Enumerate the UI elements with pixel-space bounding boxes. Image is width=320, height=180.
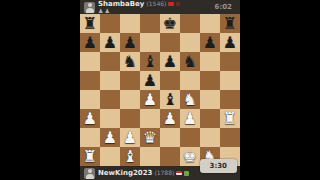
square-b2[interactable]: ♟ [100,128,120,147]
bottom-player-avatar[interactable] [84,168,95,179]
bottom-player-clock: 3:30 [200,159,237,173]
square-a4[interactable] [80,90,100,109]
square-e7[interactable] [160,33,180,52]
square-f6[interactable]: ♞ [180,52,200,71]
square-h2[interactable] [220,128,240,147]
black-rook-icon: ♜ [223,16,237,32]
square-b4[interactable] [100,90,120,109]
top-player-rating: (1546) [146,1,166,7]
black-bishop-icon: ♝ [163,92,177,108]
square-a2[interactable] [80,128,100,147]
square-c7[interactable]: ♟ [120,33,140,52]
square-c4[interactable] [120,90,140,109]
white-king-icon: ♚ [183,149,197,165]
square-b5[interactable] [100,71,120,90]
white-bishop-icon: ♝ [123,149,137,165]
square-d3[interactable] [140,109,160,128]
square-g8[interactable] [200,14,220,33]
square-d1[interactable] [140,147,160,166]
white-pawn-icon: ♟ [163,111,177,127]
square-c3[interactable] [120,109,140,128]
square-g2[interactable] [200,128,220,147]
square-h8[interactable]: ♜ [220,14,240,33]
square-g7[interactable]: ♟ [200,33,220,52]
square-d2[interactable]: ♛ [140,128,160,147]
square-c2[interactable]: ♟ [120,128,140,147]
square-f4[interactable]: ♞ [180,90,200,109]
square-a3[interactable]: ♟ [80,109,100,128]
white-pawn-icon: ♟ [183,111,197,127]
square-d8[interactable] [140,14,160,33]
square-g5[interactable] [200,71,220,90]
captured-pieces-row: ♟♟ [98,8,180,14]
square-a8[interactable]: ♜ [80,14,100,33]
white-knight-icon: ♞ [183,92,197,108]
avatar-silhouette-icon [88,169,92,173]
square-g4[interactable] [200,90,220,109]
square-h3[interactable]: ♜ [220,109,240,128]
black-pawn-icon: ♟ [223,35,237,51]
square-b1[interactable] [100,147,120,166]
square-d6[interactable]: ♝ [140,52,160,71]
square-d4[interactable]: ♟ [140,90,160,109]
black-pawn-icon: ♟ [103,35,117,51]
avatar-silhouette-icon [86,8,94,13]
square-e6[interactable]: ♟ [160,52,180,71]
white-pawn-icon: ♟ [143,92,157,108]
bottom-player-info: NewKing2023 (1788) [98,170,189,177]
square-b3[interactable] [100,109,120,128]
white-rook-icon: ♜ [83,149,97,165]
square-c8[interactable] [120,14,140,33]
black-bishop-icon: ♝ [143,54,157,70]
square-a6[interactable] [80,52,100,71]
game-column: ShambaBey (1546) ♟♟ 6:02 ♜♚♜♟♟♟♟♟♞♝♟♞♟♟♝… [80,0,240,180]
black-pawn-icon: ♟ [83,35,97,51]
black-pawn-icon: ♟ [203,35,217,51]
white-pawn-icon: ♟ [83,111,97,127]
square-a7[interactable]: ♟ [80,33,100,52]
membership-badge-icon [184,171,189,176]
app-screen: ShambaBey (1546) ♟♟ 6:02 ♜♚♜♟♟♟♟♟♞♝♟♞♟♟♝… [0,0,320,180]
square-h5[interactable] [220,71,240,90]
square-f2[interactable] [180,128,200,147]
bottom-player-name[interactable]: NewKing2023 [98,170,152,177]
white-pawn-icon: ♟ [123,130,137,146]
top-player-avatar[interactable] [84,2,95,13]
square-a1[interactable]: ♜ [80,147,100,166]
square-a5[interactable] [80,71,100,90]
chess-board: ♜♚♜♟♟♟♟♟♞♝♟♞♟♟♝♞♟♟♟♜♟♟♛♜♝♚♞ [80,14,240,166]
square-e5[interactable] [160,71,180,90]
square-f7[interactable] [180,33,200,52]
square-e4[interactable]: ♝ [160,90,180,109]
square-e1[interactable] [160,147,180,166]
top-player-info: ShambaBey (1546) ♟♟ [98,1,180,14]
bottom-player-bar: NewKing2023 (1788) 3:30 [80,166,240,180]
square-h4[interactable] [220,90,240,109]
square-c1[interactable]: ♝ [120,147,140,166]
black-knight-icon: ♞ [183,54,197,70]
top-player-clock: 6:02 [215,3,232,11]
square-h7[interactable]: ♟ [220,33,240,52]
square-h6[interactable] [220,52,240,71]
square-f3[interactable]: ♟ [180,109,200,128]
black-pawn-icon: ♟ [143,73,157,89]
square-c5[interactable] [120,71,140,90]
square-d7[interactable] [140,33,160,52]
square-f1[interactable]: ♚ [180,147,200,166]
black-rook-icon: ♜ [83,16,97,32]
square-d5[interactable]: ♟ [140,71,160,90]
white-pawn-icon: ♟ [103,130,117,146]
square-b6[interactable] [100,52,120,71]
square-f5[interactable] [180,71,200,90]
square-b8[interactable] [100,14,120,33]
square-e8[interactable]: ♚ [160,14,180,33]
square-e2[interactable] [160,128,180,147]
square-b7[interactable]: ♟ [100,33,120,52]
square-g3[interactable] [200,109,220,128]
black-pawn-icon: ♟ [123,35,137,51]
top-player-bar: ShambaBey (1546) ♟♟ 6:02 [80,0,240,14]
top-player-badge-icon [176,2,180,6]
turkey-flag-icon [168,2,174,6]
square-g6[interactable] [200,52,220,71]
black-knight-icon: ♞ [123,54,137,70]
square-f8[interactable] [180,14,200,33]
square-c6[interactable]: ♞ [120,52,140,71]
black-king-icon: ♚ [163,16,177,32]
square-e3[interactable]: ♟ [160,109,180,128]
black-pawn-icon: ♟ [163,54,177,70]
white-queen-icon: ♛ [143,130,157,146]
bottom-player-rating: (1788) [154,170,174,176]
white-rook-icon: ♜ [223,111,237,127]
avatar-silhouette-icon [86,174,94,179]
indonesia-flag-icon [176,171,182,175]
avatar-silhouette-icon [88,3,92,7]
